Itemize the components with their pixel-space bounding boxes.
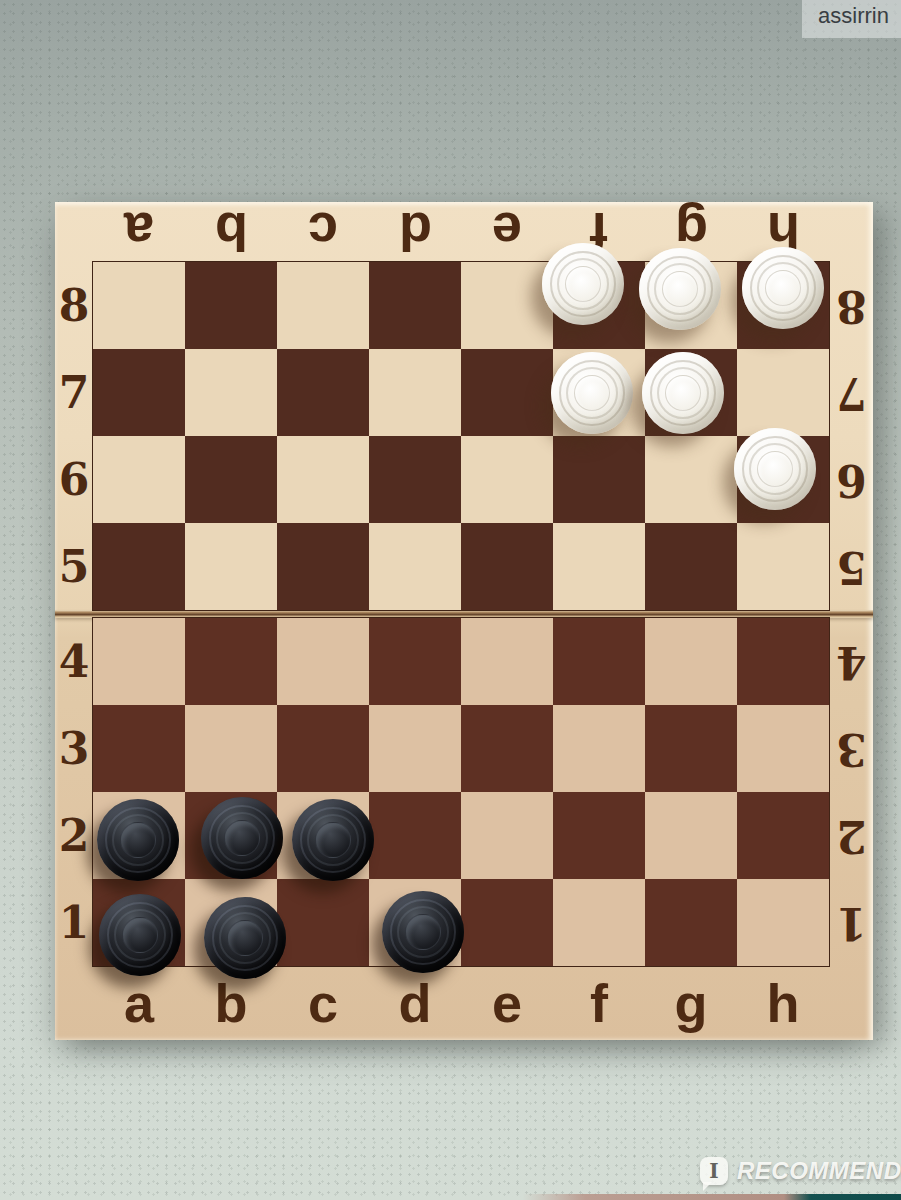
square-a5 <box>93 523 185 610</box>
board-grid-bottom: ⛂⛂⛂⛂⛂⛂ <box>93 618 829 966</box>
square-g8: ⛀ <box>645 262 737 349</box>
square-c6 <box>277 436 369 523</box>
square-f8: ⛀ <box>553 262 645 349</box>
ranks-top-left-label: 8 <box>59 284 90 328</box>
square-c4 <box>277 618 369 705</box>
square-e6 <box>461 436 553 523</box>
black-checker-b1: ⛂ <box>204 897 286 979</box>
files-bottom-label: b <box>215 976 248 1030</box>
files-top-label: a <box>124 205 154 259</box>
square-d3 <box>369 705 461 792</box>
square-b1: ⛂ <box>185 879 277 966</box>
square-f4 <box>553 618 645 705</box>
square-a1: ⛂ <box>93 879 185 966</box>
square-c5 <box>277 523 369 610</box>
square-a3 <box>93 705 185 792</box>
ranks-top-left-label: 6 <box>59 458 90 502</box>
square-e3 <box>461 705 553 792</box>
ranks-bottom-right-label: 4 <box>836 640 867 684</box>
rank-labels-bottom-left: 4321 <box>55 618 93 966</box>
ranks-bottom-left-label: 4 <box>59 640 90 684</box>
square-e4 <box>461 618 553 705</box>
board-bottom-half: 4321 ⛂⛂⛂⛂⛂⛂ 4321 <box>55 618 873 966</box>
square-d5 <box>369 523 461 610</box>
board-hinge-seam <box>55 610 873 618</box>
ranks-bottom-right-label: 1 <box>836 901 867 945</box>
board-grid-top: ⛀⛀⛀⛀⛀⛀ <box>93 262 829 610</box>
watermark-author: assirrin <box>802 0 901 38</box>
square-e2 <box>461 792 553 879</box>
rank-labels-bottom-right: 4321 <box>829 618 873 966</box>
square-f6 <box>553 436 645 523</box>
square-g5 <box>645 523 737 610</box>
square-b5 <box>185 523 277 610</box>
square-a2: ⛂ <box>93 792 185 879</box>
square-d1: ⛂ <box>369 879 461 966</box>
files-bottom-label: c <box>308 976 338 1030</box>
square-b3 <box>185 705 277 792</box>
ranks-bottom-left-label: 2 <box>59 814 90 858</box>
square-b2: ⛂ <box>185 792 277 879</box>
square-g1 <box>645 879 737 966</box>
white-checker-g7: ⛀ <box>642 352 724 434</box>
files-bottom-label: h <box>767 976 800 1030</box>
square-f1 <box>553 879 645 966</box>
square-a4 <box>93 618 185 705</box>
black-checker-c2: ⛂ <box>292 799 374 881</box>
files-top-label: d <box>399 205 432 259</box>
square-b8 <box>185 262 277 349</box>
board-top-half: 8765 ⛀⛀⛀⛀⛀⛀ 8765 <box>55 262 873 610</box>
square-e8 <box>461 262 553 349</box>
files-bottom-label: f <box>590 976 608 1030</box>
white-checker-g8: ⛀ <box>639 248 721 330</box>
square-c3 <box>277 705 369 792</box>
black-checker-d1: ⛂ <box>382 891 464 973</box>
square-d6 <box>369 436 461 523</box>
white-checker-h6: ⛀ <box>734 428 816 510</box>
files-top-label: e <box>492 205 522 259</box>
square-c2: ⛂ <box>277 792 369 879</box>
square-h5 <box>737 523 829 610</box>
square-h3 <box>737 705 829 792</box>
square-h7 <box>737 349 829 436</box>
square-g6 <box>645 436 737 523</box>
recommend-bubble-icon: I <box>700 1157 728 1185</box>
ranks-top-right-label: 7 <box>836 371 867 415</box>
square-h1 <box>737 879 829 966</box>
files-bottom-label: e <box>492 976 522 1030</box>
recommend-bubble-letter: I <box>709 1161 718 1181</box>
square-g7: ⛀ <box>645 349 737 436</box>
square-b4 <box>185 618 277 705</box>
square-f5 <box>553 523 645 610</box>
files-bottom-label: d <box>399 976 432 1030</box>
square-e7 <box>461 349 553 436</box>
ranks-bottom-right-label: 2 <box>836 814 867 858</box>
checkers-board: abcdefgh 8765 ⛀⛀⛀⛀⛀⛀ 8765 4321 ⛂⛂⛂⛂⛂⛂ 43… <box>55 202 873 1040</box>
square-a8 <box>93 262 185 349</box>
square-h6: ⛀ <box>737 436 829 523</box>
square-g3 <box>645 705 737 792</box>
white-checker-f8: ⛀ <box>542 243 624 325</box>
ranks-bottom-left-label: 3 <box>59 727 90 771</box>
watermark-recommend: I RECOMMEND.RU <box>700 1153 901 1189</box>
square-c1 <box>277 879 369 966</box>
square-d2 <box>369 792 461 879</box>
ranks-top-right-label: 8 <box>836 284 867 328</box>
square-h8: ⛀ <box>737 262 829 349</box>
square-f2 <box>553 792 645 879</box>
square-h2 <box>737 792 829 879</box>
square-g2 <box>645 792 737 879</box>
square-c7 <box>277 349 369 436</box>
ranks-top-left-label: 7 <box>59 371 90 415</box>
square-e1 <box>461 879 553 966</box>
square-e5 <box>461 523 553 610</box>
black-checker-a2: ⛂ <box>97 799 179 881</box>
square-d8 <box>369 262 461 349</box>
ranks-bottom-left-label: 1 <box>59 901 90 945</box>
white-checker-h8: ⛀ <box>742 247 824 329</box>
square-d7 <box>369 349 461 436</box>
white-checker-f7: ⛀ <box>551 352 633 434</box>
square-a7 <box>93 349 185 436</box>
square-f3 <box>553 705 645 792</box>
files-top-label: c <box>308 205 338 259</box>
photo-scene: assirrin abcdefgh 8765 ⛀⛀⛀⛀⛀⛀ 8765 4321 … <box>0 0 901 1200</box>
square-f7: ⛀ <box>553 349 645 436</box>
files-bottom-label: a <box>124 976 154 1030</box>
ranks-top-left-label: 5 <box>59 545 90 589</box>
square-a6 <box>93 436 185 523</box>
rank-labels-top-right: 8765 <box>829 262 873 610</box>
ranks-top-right-label: 6 <box>836 458 867 502</box>
square-c8 <box>277 262 369 349</box>
square-g4 <box>645 618 737 705</box>
black-checker-b2: ⛂ <box>201 797 283 879</box>
ranks-top-right-label: 5 <box>836 545 867 589</box>
files-top-label: b <box>215 205 248 259</box>
rank-labels-top-left: 8765 <box>55 262 93 610</box>
recommend-site-text: RECOMMEND.RU <box>737 1159 901 1183</box>
square-d4 <box>369 618 461 705</box>
black-checker-a1: ⛂ <box>99 894 181 976</box>
ranks-bottom-right-label: 3 <box>836 727 867 771</box>
square-b7 <box>185 349 277 436</box>
photo-bottom-edge <box>0 1194 901 1200</box>
square-h4 <box>737 618 829 705</box>
files-bottom-label: g <box>675 976 708 1030</box>
square-b6 <box>185 436 277 523</box>
